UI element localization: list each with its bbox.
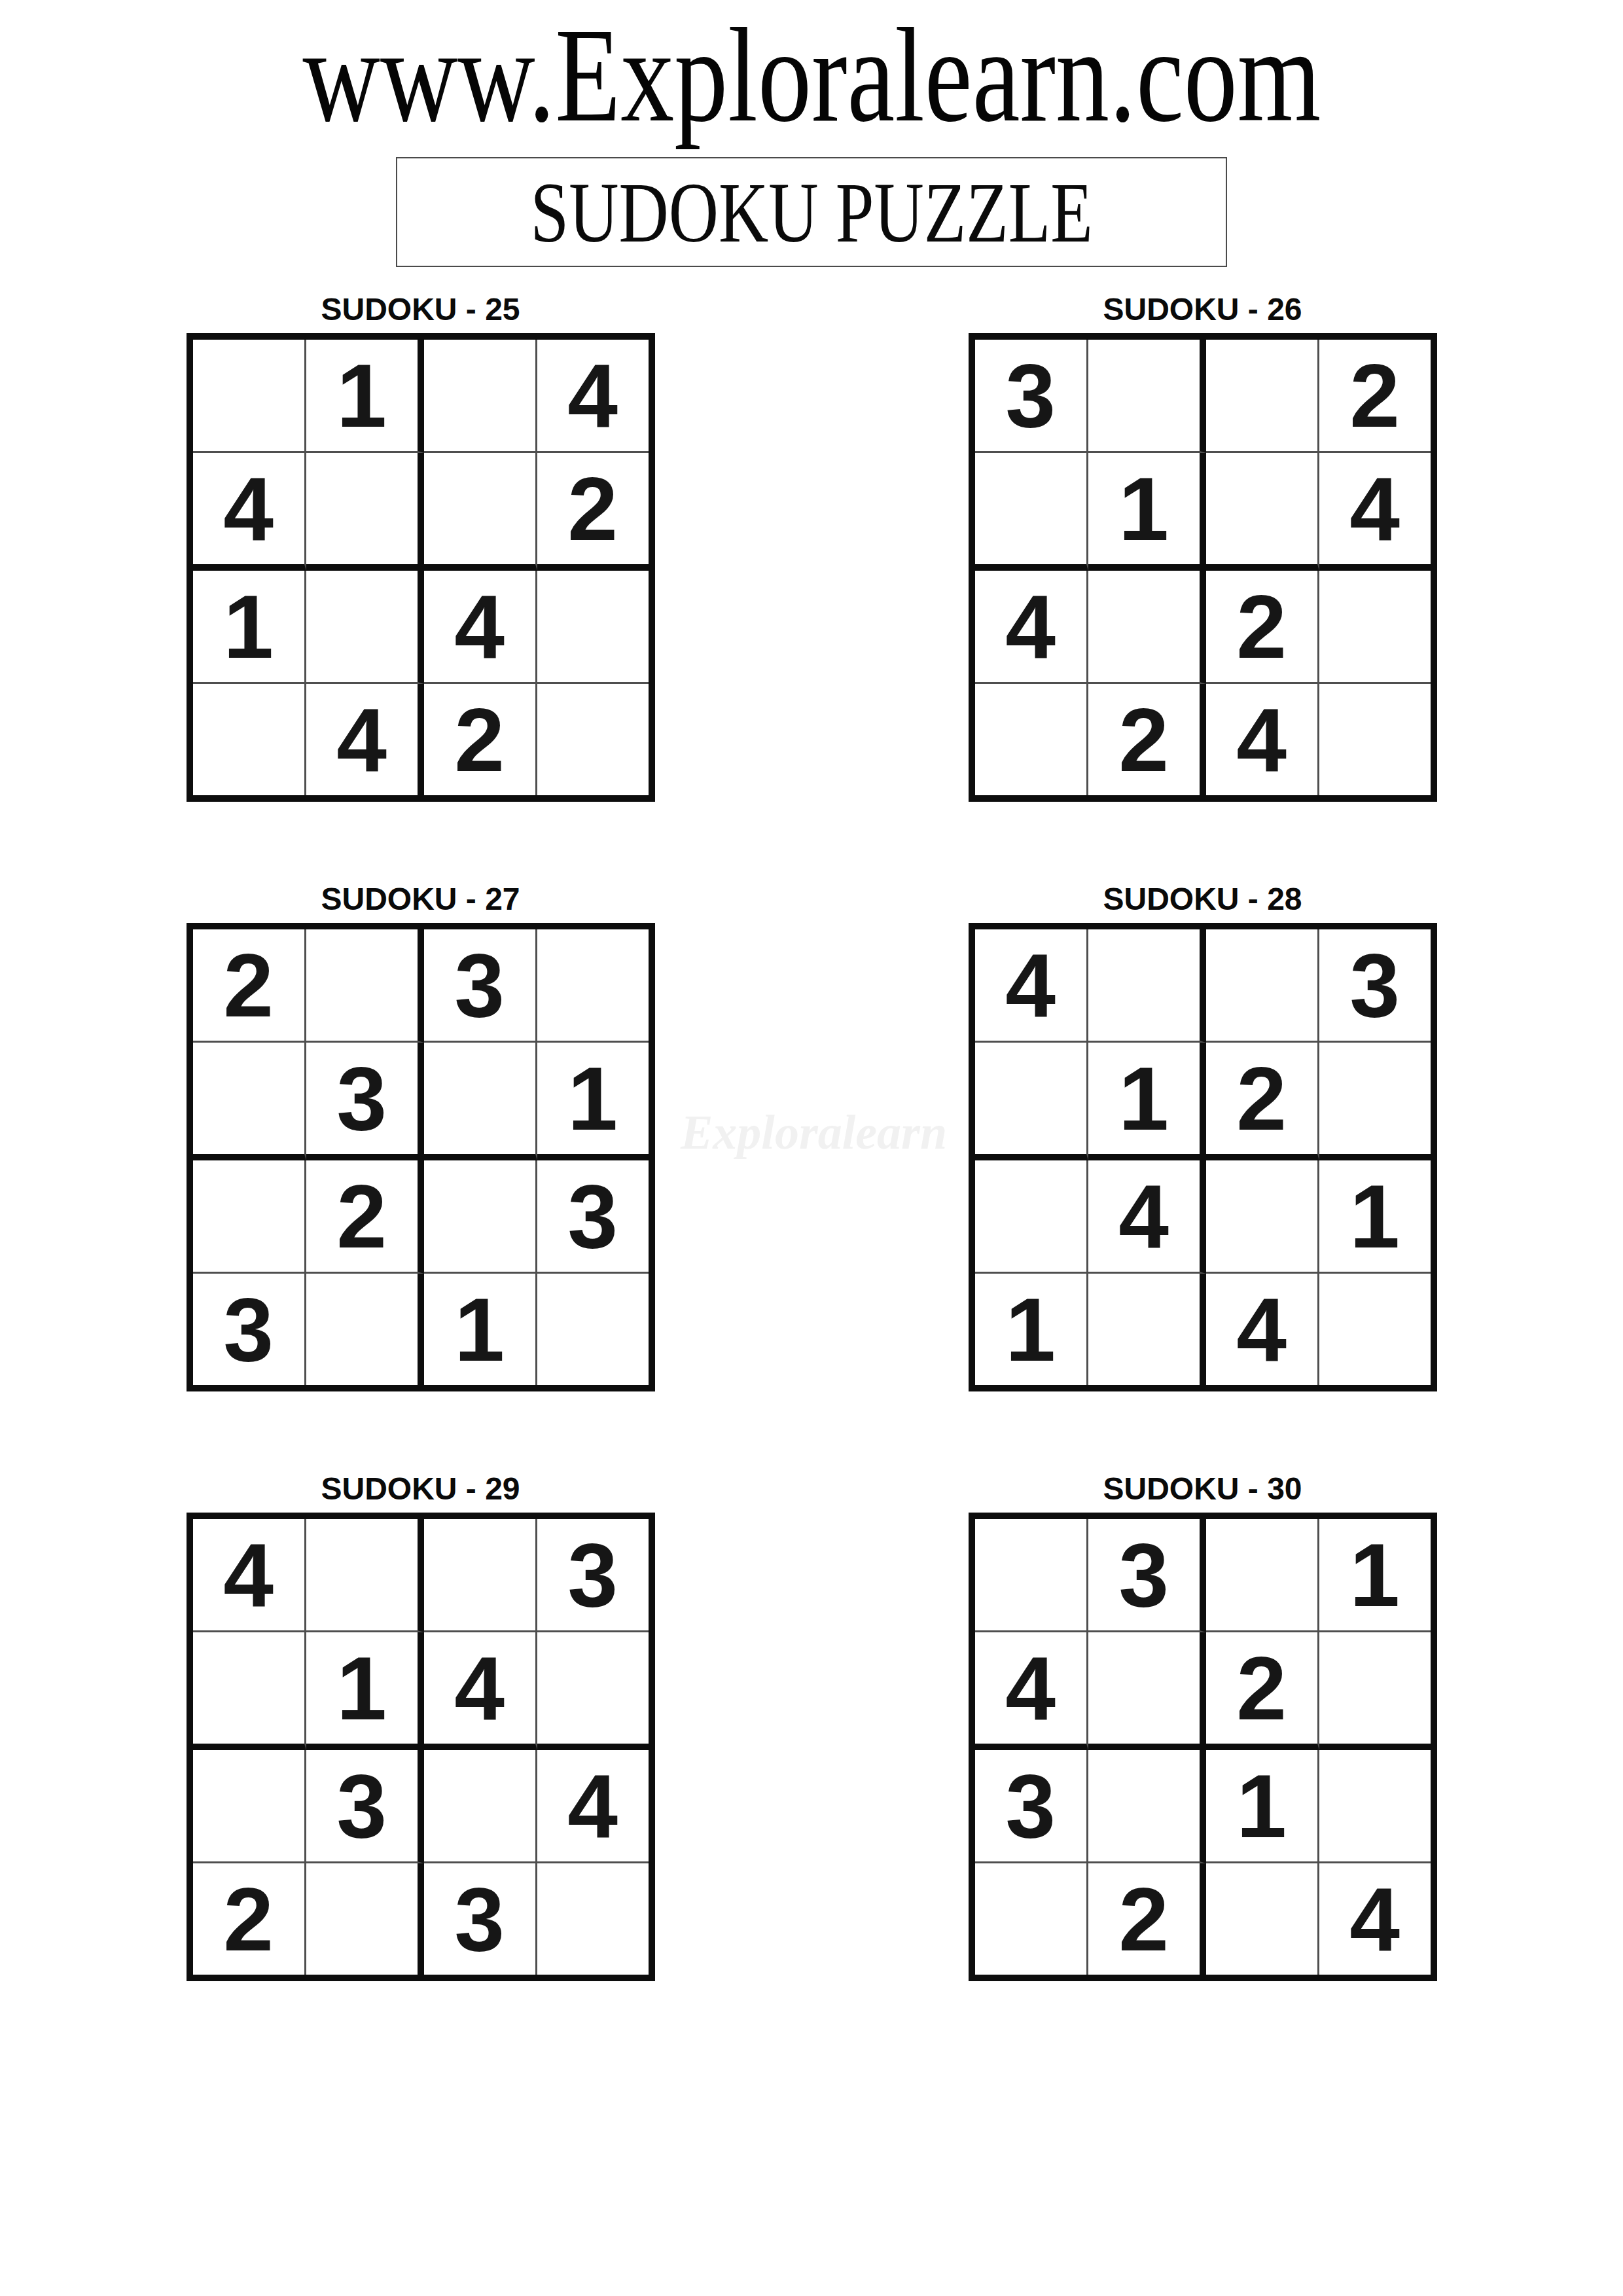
sudoku-cell-r3c1: 1 bbox=[193, 571, 306, 684]
sudoku-cell-r3c2: 3 bbox=[306, 1750, 424, 1863]
sudoku-cell-r1c2: 3 bbox=[1088, 1519, 1206, 1632]
sudoku-cell-r1c2[interactable] bbox=[1088, 929, 1206, 1043]
sudoku-cell-r4c2[interactable] bbox=[1088, 1274, 1206, 1385]
sudoku-cell-r3c4[interactable] bbox=[537, 571, 649, 684]
sudoku-cell-r1c4: 1 bbox=[1319, 1519, 1431, 1632]
sudoku-cell-r2c2[interactable] bbox=[306, 453, 424, 571]
sudoku-cell-r3c4: 3 bbox=[537, 1160, 649, 1274]
sudoku-cell-r2c4: 1 bbox=[537, 1043, 649, 1160]
sudoku-cell-r3c3: 4 bbox=[424, 571, 537, 684]
sheet-title-box: SUDOKU PUZZLE bbox=[396, 157, 1227, 267]
sudoku-board-sudoku-27: 23312331 bbox=[187, 923, 655, 1391]
sudoku-cell-r4c2: 2 bbox=[1088, 684, 1206, 795]
sudoku-cell-r2c2: 1 bbox=[1088, 453, 1206, 571]
sudoku-cell-r3c2[interactable] bbox=[1088, 1750, 1206, 1863]
sudoku-cell-r3c2: 2 bbox=[306, 1160, 424, 1274]
sudoku-board-sudoku-25: 14421442 bbox=[187, 333, 655, 802]
sudoku-cell-r3c2: 4 bbox=[1088, 1160, 1206, 1274]
sudoku-cell-r1c3: 3 bbox=[424, 929, 537, 1043]
sudoku-cell-r2c3[interactable] bbox=[424, 453, 537, 571]
sudoku-cell-r3c3: 2 bbox=[1206, 571, 1319, 684]
sudoku-cell-r2c4: 4 bbox=[1319, 453, 1431, 571]
puzzle-title: SUDOKU - 29 bbox=[187, 1471, 655, 1507]
sudoku-cell-r1c3[interactable] bbox=[424, 1519, 537, 1632]
site-title: www.Exploralearn.com bbox=[0, 10, 1623, 141]
sudoku-cell-r4c1: 1 bbox=[975, 1274, 1088, 1385]
sudoku-cell-r4c3: 1 bbox=[424, 1274, 537, 1385]
sudoku-cell-r2c1[interactable] bbox=[975, 1043, 1088, 1160]
sudoku-cell-r1c4: 3 bbox=[1319, 929, 1431, 1043]
puzzle-sudoku-28: SUDOKU - 2843124114 bbox=[969, 881, 1437, 1391]
sudoku-cell-r4c1[interactable] bbox=[975, 1863, 1088, 1975]
sudoku-cell-r3c4: 4 bbox=[537, 1750, 649, 1863]
sudoku-cell-r1c1: 2 bbox=[193, 929, 306, 1043]
sudoku-cell-r2c3[interactable] bbox=[424, 1043, 537, 1160]
sudoku-cell-r2c1: 4 bbox=[975, 1632, 1088, 1750]
sudoku-cell-r4c2[interactable] bbox=[306, 1863, 424, 1975]
sudoku-cell-r2c3: 2 bbox=[1206, 1632, 1319, 1750]
sudoku-cell-r3c1: 4 bbox=[975, 571, 1088, 684]
sudoku-cell-r3c4[interactable] bbox=[1319, 571, 1431, 684]
sudoku-cell-r4c4[interactable] bbox=[1319, 684, 1431, 795]
sudoku-cell-r3c3[interactable] bbox=[424, 1750, 537, 1863]
sudoku-cell-r1c2: 1 bbox=[306, 340, 424, 453]
sudoku-cell-r2c2[interactable] bbox=[1088, 1632, 1206, 1750]
sudoku-cell-r2c1[interactable] bbox=[193, 1632, 306, 1750]
puzzle-sudoku-29: SUDOKU - 2943143423 bbox=[187, 1471, 655, 1981]
puzzle-title: SUDOKU - 27 bbox=[187, 881, 655, 918]
sudoku-cell-r3c3[interactable] bbox=[1206, 1160, 1319, 1274]
puzzles-area: SUDOKU - 2514421442SUDOKU - 2632144224SU… bbox=[0, 291, 1623, 1981]
sudoku-cell-r2c1: 4 bbox=[193, 453, 306, 571]
sheet-title-text: SUDOKU PUZZLE bbox=[530, 162, 1092, 262]
sudoku-cell-r1c4: 3 bbox=[537, 1519, 649, 1632]
sudoku-cell-r4c3: 3 bbox=[424, 1863, 537, 1975]
puzzle-sudoku-25: SUDOKU - 2514421442 bbox=[187, 291, 655, 802]
sudoku-cell-r1c4[interactable] bbox=[537, 929, 649, 1043]
sudoku-cell-r4c4[interactable] bbox=[537, 684, 649, 795]
sudoku-cell-r4c4[interactable] bbox=[537, 1863, 649, 1975]
sudoku-cell-r4c1: 3 bbox=[193, 1274, 306, 1385]
puzzle-title: SUDOKU - 30 bbox=[969, 1471, 1437, 1507]
sudoku-cell-r3c4: 1 bbox=[1319, 1160, 1431, 1274]
sudoku-cell-r3c4[interactable] bbox=[1319, 1750, 1431, 1863]
sudoku-cell-r1c1[interactable] bbox=[193, 340, 306, 453]
sudoku-cell-r2c3[interactable] bbox=[1206, 453, 1319, 571]
sudoku-cell-r2c4[interactable] bbox=[1319, 1632, 1431, 1750]
sudoku-cell-r1c2[interactable] bbox=[1088, 340, 1206, 453]
sudoku-cell-r2c4: 2 bbox=[537, 453, 649, 571]
sudoku-board-sudoku-26: 32144224 bbox=[969, 333, 1437, 802]
puzzle-sudoku-27: SUDOKU - 2723312331 bbox=[187, 881, 655, 1391]
sudoku-cell-r3c1[interactable] bbox=[193, 1160, 306, 1274]
sudoku-cell-r2c3: 4 bbox=[424, 1632, 537, 1750]
sudoku-cell-r4c2[interactable] bbox=[306, 1274, 424, 1385]
sudoku-cell-r2c1[interactable] bbox=[193, 1043, 306, 1160]
sudoku-cell-r4c1: 2 bbox=[193, 1863, 306, 1975]
sudoku-cell-r2c2: 1 bbox=[1088, 1043, 1206, 1160]
sudoku-cell-r1c1[interactable] bbox=[975, 1519, 1088, 1632]
sudoku-cell-r1c2[interactable] bbox=[306, 1519, 424, 1632]
sudoku-cell-r2c2: 1 bbox=[306, 1632, 424, 1750]
sudoku-cell-r3c1[interactable] bbox=[193, 1750, 306, 1863]
sudoku-cell-r3c2[interactable] bbox=[1088, 571, 1206, 684]
sudoku-cell-r2c1[interactable] bbox=[975, 453, 1088, 571]
puzzle-title: SUDOKU - 25 bbox=[187, 291, 655, 328]
sudoku-cell-r3c3[interactable] bbox=[424, 1160, 537, 1274]
puzzle-sudoku-30: SUDOKU - 3031423124 bbox=[969, 1471, 1437, 1981]
sudoku-cell-r4c3: 4 bbox=[1206, 1274, 1319, 1385]
sudoku-cell-r2c4[interactable] bbox=[1319, 1043, 1431, 1160]
sudoku-cell-r1c4: 2 bbox=[1319, 340, 1431, 453]
site-title-text: www.Exploralearn.com bbox=[302, 10, 1321, 141]
sudoku-cell-r1c1: 4 bbox=[193, 1519, 306, 1632]
sudoku-cell-r1c4: 4 bbox=[537, 340, 649, 453]
puzzle-sudoku-26: SUDOKU - 2632144224 bbox=[969, 291, 1437, 802]
sudoku-board-sudoku-30: 31423124 bbox=[969, 1513, 1437, 1981]
sudoku-board-sudoku-28: 43124114 bbox=[969, 923, 1437, 1391]
puzzle-title: SUDOKU - 28 bbox=[969, 881, 1437, 918]
sudoku-cell-r2c2: 3 bbox=[306, 1043, 424, 1160]
sudoku-cell-r1c1: 4 bbox=[975, 929, 1088, 1043]
sudoku-cell-r3c3: 1 bbox=[1206, 1750, 1319, 1863]
sudoku-cell-r2c4[interactable] bbox=[537, 1632, 649, 1750]
sudoku-cell-r1c3[interactable] bbox=[1206, 1519, 1319, 1632]
sudoku-cell-r1c1: 3 bbox=[975, 340, 1088, 453]
sudoku-cell-r3c2[interactable] bbox=[306, 571, 424, 684]
sudoku-worksheet-page: www.Exploralearn.com SUDOKU PUZZLE Explo… bbox=[0, 0, 1623, 2296]
sudoku-cell-r4c3: 2 bbox=[424, 684, 537, 795]
sudoku-cell-r4c4[interactable] bbox=[1319, 1274, 1431, 1385]
sudoku-cell-r2c3: 2 bbox=[1206, 1043, 1319, 1160]
sudoku-cell-r4c4: 4 bbox=[1319, 1863, 1431, 1975]
sudoku-cell-r1c2[interactable] bbox=[306, 929, 424, 1043]
sudoku-cell-r4c2: 4 bbox=[306, 684, 424, 795]
sudoku-cell-r3c1[interactable] bbox=[975, 1160, 1088, 1274]
sudoku-cell-r4c1[interactable] bbox=[975, 684, 1088, 795]
sudoku-cell-r3c1: 3 bbox=[975, 1750, 1088, 1863]
sudoku-board-sudoku-29: 43143423 bbox=[187, 1513, 655, 1981]
sudoku-cell-r4c1[interactable] bbox=[193, 684, 306, 795]
sudoku-cell-r1c3[interactable] bbox=[1206, 929, 1319, 1043]
puzzle-title: SUDOKU - 26 bbox=[969, 291, 1437, 328]
sudoku-cell-r1c3[interactable] bbox=[424, 340, 537, 453]
sudoku-cell-r4c2: 2 bbox=[1088, 1863, 1206, 1975]
sudoku-cell-r1c3[interactable] bbox=[1206, 340, 1319, 453]
sudoku-cell-r4c3: 4 bbox=[1206, 684, 1319, 795]
sudoku-cell-r4c4[interactable] bbox=[537, 1274, 649, 1385]
sudoku-cell-r4c3[interactable] bbox=[1206, 1863, 1319, 1975]
